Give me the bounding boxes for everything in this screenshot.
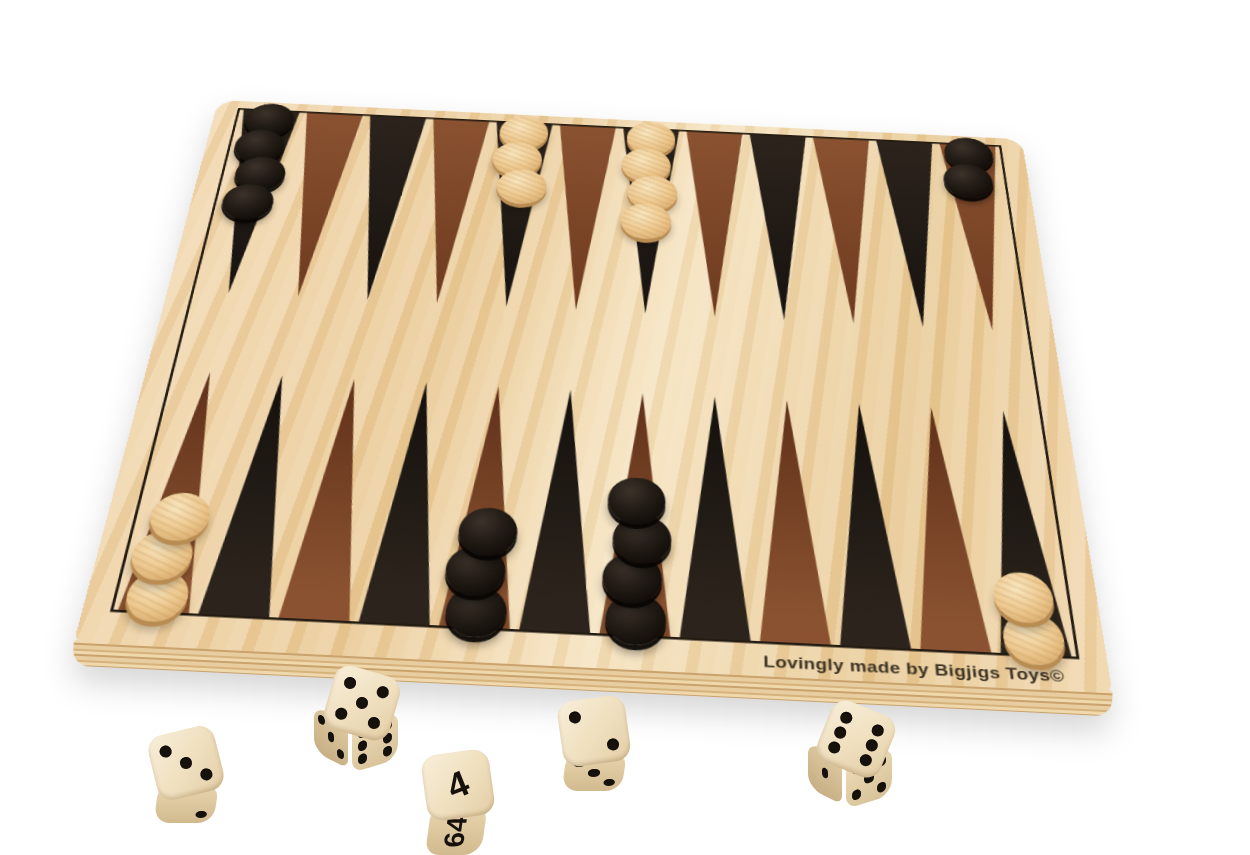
checker-stack bbox=[942, 137, 999, 200]
checker-stack bbox=[622, 121, 675, 240]
die-face-top: 4 bbox=[420, 748, 497, 823]
point-top-9 bbox=[746, 134, 819, 321]
pip-grid-5 bbox=[331, 673, 393, 734]
point-top-7 bbox=[611, 128, 683, 315]
point-top-6 bbox=[541, 125, 619, 312]
product-photo-canvas: Lovingly made by Bigjigs Toys© 644 bbox=[0, 0, 1250, 855]
brown-point-triangle bbox=[754, 399, 833, 645]
checker-stack bbox=[443, 506, 516, 638]
die-face-top bbox=[556, 694, 633, 769]
point-top-8 bbox=[680, 131, 749, 318]
playing-area-frame bbox=[110, 108, 1080, 659]
point-bottom-9 bbox=[751, 398, 836, 644]
checker-stack bbox=[996, 571, 1069, 666]
light-checker bbox=[495, 168, 548, 205]
backgammon-board: Lovingly made by Bigjigs Toys© bbox=[73, 0, 1153, 716]
die-2 bbox=[328, 670, 400, 774]
black-point-triangle bbox=[678, 395, 752, 641]
checker-stack bbox=[604, 477, 669, 647]
black-point-triangle bbox=[749, 135, 816, 322]
doubling-cube: 644 bbox=[424, 752, 496, 855]
brown-point-triangle bbox=[683, 131, 747, 318]
die-1 bbox=[152, 730, 224, 834]
light-checker bbox=[991, 571, 1057, 624]
pip-grid-6 bbox=[824, 707, 889, 771]
pip-grid-3 bbox=[156, 733, 217, 793]
point-bottom-8 bbox=[675, 395, 755, 641]
pip-grid-2 bbox=[566, 703, 623, 758]
brown-point-triangle bbox=[544, 125, 617, 311]
board-top-face: Lovingly made by Bigjigs Toys© bbox=[74, 100, 1113, 694]
checker-stack bbox=[492, 115, 550, 205]
point-bottom-7 bbox=[595, 391, 679, 637]
doubling-cube-number: 4 bbox=[414, 742, 502, 829]
die-4 bbox=[822, 706, 894, 810]
die-3 bbox=[560, 698, 632, 802]
black-point-triangle bbox=[518, 388, 604, 633]
black-checker bbox=[942, 163, 996, 199]
bottom-points-row bbox=[113, 370, 1076, 656]
